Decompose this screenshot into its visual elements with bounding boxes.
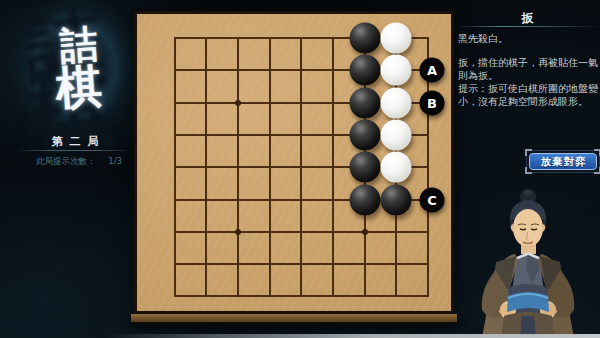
black-stone xyxy=(349,23,380,54)
companion-character xyxy=(452,188,600,338)
move-option-a[interactable]: A xyxy=(419,58,444,83)
left-divider xyxy=(16,150,132,151)
description-text: 扳，擋住的棋子，再被貼住一氣則為扳。 xyxy=(458,56,600,82)
white-stone xyxy=(381,87,412,118)
move-option-b[interactable]: B xyxy=(419,90,444,115)
lesson-title: 扳 xyxy=(455,10,600,27)
round-label: 第二局 xyxy=(0,134,150,149)
hint-counter-label: 此局提示次數： xyxy=(36,156,96,168)
lesson-title-underline xyxy=(461,26,598,27)
logo-char-qi: 棋 xyxy=(54,55,104,120)
floor-edge-decoration xyxy=(105,334,600,338)
companion-character-art xyxy=(452,188,600,338)
go-board-base xyxy=(131,314,457,324)
resign-button-label: 放棄對弈 xyxy=(529,153,597,170)
black-stone xyxy=(381,184,412,215)
black-stone xyxy=(349,87,380,118)
hint-counter-value: 1/3 xyxy=(108,156,122,168)
star-point xyxy=(362,229,368,235)
hint-counter: 此局提示次數： 1/3 xyxy=(36,156,122,168)
board-vertical-line xyxy=(332,37,334,297)
go-board[interactable]: ABC xyxy=(134,11,454,314)
puzzle-logo: 詰 棋 詰 棋 xyxy=(10,0,140,145)
white-stone xyxy=(381,152,412,183)
black-stone xyxy=(349,152,380,183)
tip-text: 提示：扳可使白棋所圍的地盤變小，沒有足夠空間形成眼形。 xyxy=(458,82,600,108)
star-point xyxy=(235,100,241,106)
move-option-c[interactable]: C xyxy=(419,187,444,212)
board-horizontal-line xyxy=(174,231,429,233)
white-stone xyxy=(381,119,412,150)
black-stone xyxy=(349,55,380,86)
black-stone xyxy=(349,119,380,150)
board-horizontal-line xyxy=(174,295,429,297)
star-point xyxy=(235,229,241,235)
resign-button[interactable]: 放棄對弈 xyxy=(526,150,600,173)
lesson-text: 黑先殺白。 扳，擋住的棋子，再被貼住一氣則為扳。 提示：扳可使白棋所圍的地盤變小… xyxy=(458,32,600,108)
white-stone xyxy=(381,23,412,54)
white-stone xyxy=(381,55,412,86)
board-horizontal-line xyxy=(174,263,429,265)
black-stone xyxy=(349,184,380,215)
objective-text: 黑先殺白。 xyxy=(458,32,600,45)
